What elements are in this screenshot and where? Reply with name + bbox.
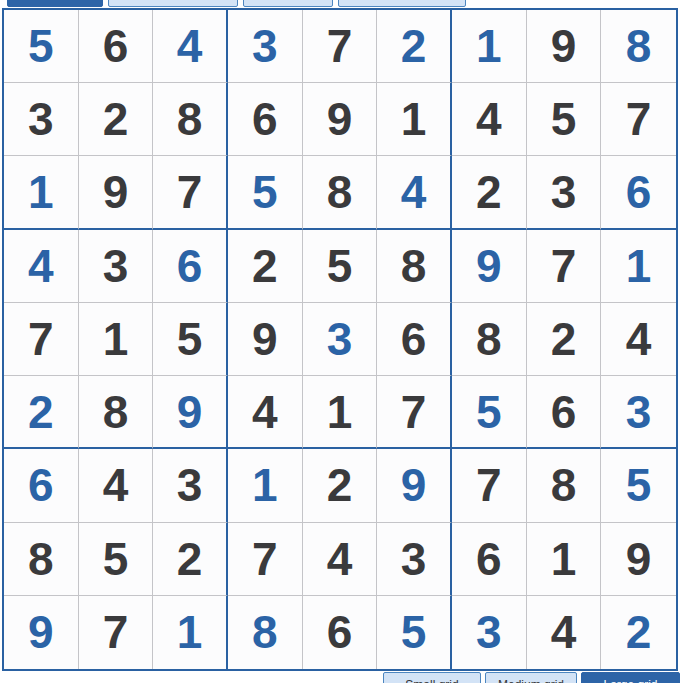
cell-r1c8: 9 — [527, 10, 602, 83]
cell-r7c3: 3 — [153, 449, 228, 522]
cell-r6c3: 9 — [153, 376, 228, 449]
cell-r3c4: 5 — [228, 156, 303, 229]
toolbar-tab-2[interactable] — [108, 0, 238, 7]
cell-r2c7: 4 — [452, 83, 527, 156]
cell-r4c3: 6 — [153, 230, 228, 303]
cell-r8c8: 1 — [527, 523, 602, 596]
cell-r6c6: 7 — [377, 376, 452, 449]
cell-r7c9: 5 — [601, 449, 676, 522]
cell-r4c7: 9 — [452, 230, 527, 303]
cell-r2c9: 7 — [601, 83, 676, 156]
cell-r8c5: 4 — [303, 523, 378, 596]
toolbar-tab-4[interactable] — [338, 0, 466, 7]
cell-r7c7: 7 — [452, 449, 527, 522]
cell-r9c4: 8 — [228, 596, 303, 669]
cell-r3c9: 6 — [601, 156, 676, 229]
cell-r5c7: 8 — [452, 303, 527, 376]
cell-r1c2: 6 — [79, 10, 154, 83]
cell-r1c4: 3 — [228, 10, 303, 83]
cell-r2c1: 3 — [4, 83, 79, 156]
cell-r6c9: 3 — [601, 376, 676, 449]
cell-r2c2: 2 — [79, 83, 154, 156]
cell-r5c2: 1 — [79, 303, 154, 376]
cell-r6c7: 5 — [452, 376, 527, 449]
cell-r2c5: 9 — [303, 83, 378, 156]
cell-r3c1: 1 — [4, 156, 79, 229]
cell-r6c2: 8 — [79, 376, 154, 449]
sudoku-board: 5643721983286914571975842364362589717159… — [2, 8, 678, 671]
cell-r2c4: 6 — [228, 83, 303, 156]
cell-r9c5: 6 — [303, 596, 378, 669]
cell-r5c3: 5 — [153, 303, 228, 376]
cell-r4c5: 5 — [303, 230, 378, 303]
cell-r3c2: 9 — [79, 156, 154, 229]
cell-r3c5: 8 — [303, 156, 378, 229]
bottom-toolbar: Small grid Medium grid Large grid — [0, 672, 680, 683]
medium-grid-button[interactable]: Medium grid — [485, 672, 577, 683]
cell-r5c8: 2 — [527, 303, 602, 376]
cell-r7c4: 1 — [228, 449, 303, 522]
cell-r7c1: 6 — [4, 449, 79, 522]
cell-r4c6: 8 — [377, 230, 452, 303]
cell-r1c3: 4 — [153, 10, 228, 83]
cell-r9c1: 9 — [4, 596, 79, 669]
cell-r9c8: 4 — [527, 596, 602, 669]
cell-r9c6: 5 — [377, 596, 452, 669]
cell-r3c3: 7 — [153, 156, 228, 229]
toolbar-tab-3[interactable] — [243, 0, 333, 7]
cell-r8c1: 8 — [4, 523, 79, 596]
cell-r7c2: 4 — [79, 449, 154, 522]
cell-r2c6: 1 — [377, 83, 452, 156]
cell-r3c6: 4 — [377, 156, 452, 229]
cell-r6c5: 1 — [303, 376, 378, 449]
cell-r1c9: 8 — [601, 10, 676, 83]
cell-r9c2: 7 — [79, 596, 154, 669]
cell-r9c3: 1 — [153, 596, 228, 669]
cell-r4c4: 2 — [228, 230, 303, 303]
cell-r7c8: 8 — [527, 449, 602, 522]
cell-r5c9: 4 — [601, 303, 676, 376]
cell-r8c3: 2 — [153, 523, 228, 596]
cell-r8c6: 3 — [377, 523, 452, 596]
cell-r4c9: 1 — [601, 230, 676, 303]
cell-r4c2: 3 — [79, 230, 154, 303]
cell-r8c2: 5 — [79, 523, 154, 596]
cell-r9c9: 2 — [601, 596, 676, 669]
cell-r4c1: 4 — [4, 230, 79, 303]
small-grid-button[interactable]: Small grid — [383, 672, 481, 683]
large-grid-button[interactable]: Large grid — [581, 672, 680, 683]
cell-r8c9: 9 — [601, 523, 676, 596]
cell-r5c4: 9 — [228, 303, 303, 376]
cell-r5c1: 7 — [4, 303, 79, 376]
toolbar-tab-1[interactable] — [7, 0, 103, 7]
cell-r7c6: 9 — [377, 449, 452, 522]
cell-r4c8: 7 — [527, 230, 602, 303]
cell-r1c1: 5 — [4, 10, 79, 83]
cell-r2c8: 5 — [527, 83, 602, 156]
cell-r6c1: 2 — [4, 376, 79, 449]
cell-r5c6: 6 — [377, 303, 452, 376]
cell-r1c6: 2 — [377, 10, 452, 83]
top-toolbar — [0, 0, 680, 7]
cell-r3c8: 3 — [527, 156, 602, 229]
cell-r9c7: 3 — [452, 596, 527, 669]
cell-r1c5: 7 — [303, 10, 378, 83]
cell-r5c5: 3 — [303, 303, 378, 376]
cell-r7c5: 2 — [303, 449, 378, 522]
cell-r8c4: 7 — [228, 523, 303, 596]
cell-r6c8: 6 — [527, 376, 602, 449]
cell-r6c4: 4 — [228, 376, 303, 449]
cell-r8c7: 6 — [452, 523, 527, 596]
cell-r1c7: 1 — [452, 10, 527, 83]
cell-r2c3: 8 — [153, 83, 228, 156]
cell-r3c7: 2 — [452, 156, 527, 229]
